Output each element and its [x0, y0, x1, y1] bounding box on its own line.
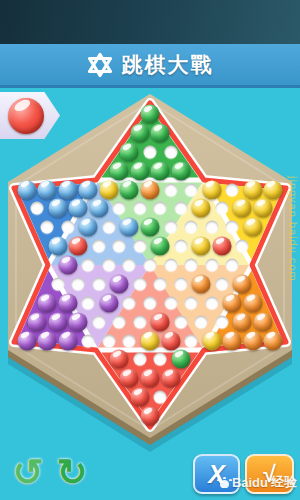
- hole-r11-c3[interactable]: [82, 296, 95, 309]
- marble-green-r1-c1[interactable]: [141, 105, 160, 124]
- hole-r13-c9[interactable]: [185, 334, 198, 347]
- hole-r8-c7[interactable]: [174, 240, 187, 253]
- baidu-jingyan-watermark: Baidu 经验: [220, 473, 297, 491]
- hole-r8-c5[interactable]: [133, 240, 146, 253]
- top-decoration: [0, 0, 300, 44]
- hole-r5-c11[interactable]: [226, 183, 239, 196]
- marble-red-r14-c1[interactable]: [110, 350, 129, 369]
- hole-r10-c1[interactable]: [51, 277, 64, 290]
- hole-r16-c2[interactable]: [154, 391, 167, 404]
- hole-r14-c3[interactable]: [154, 353, 167, 366]
- hole-r9-c7[interactable]: [185, 259, 198, 272]
- marble-blue-r5-c3[interactable]: [58, 180, 77, 199]
- current-player-marble: [8, 98, 44, 134]
- hole-r9-c8[interactable]: [205, 259, 218, 272]
- marble-red-r15-c2[interactable]: [141, 369, 160, 388]
- hole-r10-c9[interactable]: [215, 277, 228, 290]
- hole-r11-c7[interactable]: [164, 296, 177, 309]
- hexagram-icon: [87, 52, 113, 78]
- hole-r7-c4[interactable]: [102, 221, 115, 234]
- marble-green-r2-c1[interactable]: [130, 123, 149, 142]
- marble-green-r4-c4[interactable]: [171, 161, 190, 180]
- hole-r11-c8[interactable]: [185, 296, 198, 309]
- marble-green-r3-c1[interactable]: [120, 142, 139, 161]
- hole-r9-c5[interactable]: [144, 259, 157, 272]
- hole-r9-c4[interactable]: [123, 259, 136, 272]
- marble-green-r2-c2[interactable]: [151, 123, 170, 142]
- hole-r8-c10[interactable]: [236, 240, 249, 253]
- marble-red-r8-c9[interactable]: [212, 237, 231, 256]
- marble-yellow-r5-c5[interactable]: [99, 180, 118, 199]
- marble-blue-r5-c4[interactable]: [79, 180, 98, 199]
- hole-r7-c9[interactable]: [205, 221, 218, 234]
- marble-green-r14-c4[interactable]: [171, 350, 190, 369]
- hole-r7-c2[interactable]: [61, 221, 74, 234]
- hole-r3-c3[interactable]: [164, 145, 177, 158]
- marble-blue-r5-c2[interactable]: [38, 180, 57, 199]
- marble-purple-r13-c2[interactable]: [38, 331, 57, 350]
- marble-red-r17-c1[interactable]: [141, 407, 160, 426]
- hole-r6-c1[interactable]: [30, 202, 43, 215]
- marble-yellow-r5-c12[interactable]: [243, 180, 262, 199]
- marble-yellow-r8-c8[interactable]: [192, 237, 211, 256]
- hole-r8-c3[interactable]: [92, 240, 105, 253]
- marble-green-r8-c6[interactable]: [151, 237, 170, 256]
- marble-blue-r6-c3[interactable]: [69, 199, 88, 218]
- redo-button[interactable]: ↻: [50, 451, 94, 495]
- marble-green-r4-c2[interactable]: [130, 161, 149, 180]
- hole-r12-c10[interactable]: [215, 315, 228, 328]
- marble-blue-r7-c5[interactable]: [120, 218, 139, 237]
- hole-r6-c5[interactable]: [113, 202, 126, 215]
- marble-purple-r9-c1[interactable]: [58, 256, 77, 275]
- marble-orange-r12-c11[interactable]: [233, 312, 252, 331]
- hole-r13-c5[interactable]: [102, 334, 115, 347]
- marble-red-r15-c3[interactable]: [161, 369, 180, 388]
- marble-purple-r12-c2[interactable]: [48, 312, 67, 331]
- marble-yellow-r5-c10[interactable]: [202, 180, 221, 199]
- marble-green-r4-c3[interactable]: [151, 161, 170, 180]
- marble-purple-r11-c4[interactable]: [99, 293, 118, 312]
- marble-blue-r8-c1[interactable]: [48, 237, 67, 256]
- hole-r14-c2[interactable]: [133, 353, 146, 366]
- hole-r5-c9[interactable]: [185, 183, 198, 196]
- marble-purple-r10-c4[interactable]: [110, 274, 129, 293]
- marble-red-r16-c1[interactable]: [130, 388, 149, 407]
- hole-r9-c6[interactable]: [164, 259, 177, 272]
- hole-r11-c5[interactable]: [123, 296, 136, 309]
- hole-r7-c1[interactable]: [41, 221, 54, 234]
- marble-blue-r5-c1[interactable]: [17, 180, 36, 199]
- hole-r7-c8[interactable]: [185, 221, 198, 234]
- app-screen: 跳棋大戰 ↺ ↻ X √ jingyan.baidu.com Baidu 经验: [0, 0, 300, 500]
- marble-orange-r11-c11[interactable]: [243, 293, 262, 312]
- title-bar: 跳棋大戰: [0, 44, 300, 88]
- marble-orange-r12-c12[interactable]: [254, 312, 273, 331]
- hole-r9-c2[interactable]: [82, 259, 95, 272]
- hole-r8-c4[interactable]: [113, 240, 126, 253]
- hole-r7-c7[interactable]: [164, 221, 177, 234]
- marble-green-r7-c6[interactable]: [141, 218, 160, 237]
- marble-orange-r11-c10[interactable]: [223, 293, 242, 312]
- hole-r13-c6[interactable]: [123, 334, 136, 347]
- hole-r11-c6[interactable]: [144, 296, 157, 309]
- marble-blue-r6-c4[interactable]: [89, 199, 108, 218]
- marble-orange-r10-c10[interactable]: [233, 274, 252, 293]
- hole-r13-c4[interactable]: [82, 334, 95, 347]
- hole-r10-c3[interactable]: [92, 277, 105, 290]
- marble-purple-r11-c1[interactable]: [38, 293, 57, 312]
- marble-yellow-r13-c10[interactable]: [202, 331, 221, 350]
- marble-purple-r11-c2[interactable]: [58, 293, 77, 312]
- hole-r12-c9[interactable]: [195, 315, 208, 328]
- hole-r12-c6[interactable]: [133, 315, 146, 328]
- marble-blue-r6-c2[interactable]: [48, 199, 67, 218]
- hole-r5-c8[interactable]: [164, 183, 177, 196]
- marble-yellow-r6-c9[interactable]: [192, 199, 211, 218]
- marble-green-r4-c1[interactable]: [110, 161, 129, 180]
- hole-r10-c2[interactable]: [72, 277, 85, 290]
- marble-red-r12-c7[interactable]: [151, 312, 170, 331]
- hole-r7-c10[interactable]: [226, 221, 239, 234]
- hole-r6-c8[interactable]: [174, 202, 187, 215]
- hole-r3-c2[interactable]: [144, 145, 157, 158]
- hole-r12-c5[interactable]: [113, 315, 126, 328]
- hole-r12-c4[interactable]: [92, 315, 105, 328]
- hole-r9-c9[interactable]: [226, 259, 239, 272]
- hole-r6-c7[interactable]: [154, 202, 167, 215]
- marble-yellow-r5-c13[interactable]: [264, 180, 283, 199]
- marble-red-r13-c8[interactable]: [161, 331, 180, 350]
- marble-orange-r5-c7[interactable]: [141, 180, 160, 199]
- marble-yellow-r7-c11[interactable]: [243, 218, 262, 237]
- hole-r10-c6[interactable]: [154, 277, 167, 290]
- hole-r6-c10[interactable]: [215, 202, 228, 215]
- watermark-cjk: 经验: [271, 473, 297, 491]
- marble-yellow-r6-c12[interactable]: [254, 199, 273, 218]
- undo-button[interactable]: ↺: [6, 451, 50, 495]
- marble-orange-r10-c8[interactable]: [192, 274, 211, 293]
- marble-red-r8-c2[interactable]: [69, 237, 88, 256]
- watermark-latin: Baidu: [232, 475, 268, 490]
- hole-r6-c6[interactable]: [133, 202, 146, 215]
- marble-purple-r13-c3[interactable]: [58, 331, 77, 350]
- hole-r9-c3[interactable]: [102, 259, 115, 272]
- baidu-paw-icon: [220, 480, 229, 488]
- page-title: 跳棋大戰: [122, 51, 214, 79]
- marble-green-r5-c6[interactable]: [120, 180, 139, 199]
- hole-r10-c5[interactable]: [133, 277, 146, 290]
- marble-purple-r12-c1[interactable]: [27, 312, 46, 331]
- watermark-vertical: jingyan.baidu.com: [287, 176, 299, 282]
- marble-orange-r13-c12[interactable]: [243, 331, 262, 350]
- hole-r12-c8[interactable]: [174, 315, 187, 328]
- hole-r11-c9[interactable]: [205, 296, 218, 309]
- hole-r10-c7[interactable]: [174, 277, 187, 290]
- marble-orange-r13-c13[interactable]: [264, 331, 283, 350]
- marble-purple-r13-c1[interactable]: [17, 331, 36, 350]
- marble-yellow-r6-c11[interactable]: [233, 199, 252, 218]
- marble-purple-r12-c3[interactable]: [69, 312, 88, 331]
- marble-yellow-r13-c7[interactable]: [141, 331, 160, 350]
- marble-blue-r7-c3[interactable]: [79, 218, 98, 237]
- marble-red-r15-c1[interactable]: [120, 369, 139, 388]
- marble-orange-r13-c11[interactable]: [223, 331, 242, 350]
